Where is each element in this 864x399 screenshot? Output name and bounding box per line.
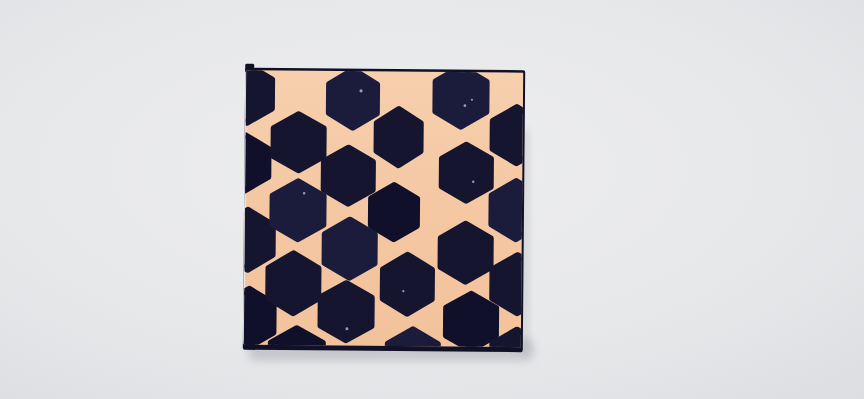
tile-group: [218, 64, 544, 389]
hex-cell: [329, 70, 378, 128]
dust-speck: [359, 89, 362, 92]
dust-speck: [464, 104, 467, 107]
photo-canvas: [0, 0, 864, 399]
dust-speck: [471, 99, 473, 101]
hex-cell: [324, 219, 375, 277]
dust-speck: [402, 290, 404, 292]
coaster-tile: [218, 64, 544, 389]
hex-cell: [440, 223, 491, 281]
hex-cell: [383, 254, 433, 313]
hex-cell: [446, 294, 496, 350]
hex-cell: [371, 185, 417, 239]
hex-cell: [442, 145, 491, 201]
hex-cell: [272, 181, 324, 239]
hex-cell: [376, 109, 420, 165]
hex-cell: [324, 147, 373, 203]
hex-cell: [435, 66, 487, 126]
dust-speck: [303, 192, 306, 195]
dust-speck: [472, 181, 474, 183]
hex-cell: [273, 114, 323, 170]
hex-cell: [320, 283, 371, 340]
hex-cell: [268, 253, 319, 313]
dust-speck: [345, 327, 348, 330]
coaster-photo-svg: [0, 0, 864, 399]
